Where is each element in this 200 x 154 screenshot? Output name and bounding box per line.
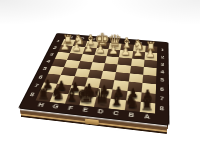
chess-board: ABCDEFGH HGFEDCBA 12345678 12345678 ♜♞♝♚… — [19, 33, 168, 124]
rank-labels-right: 12345678 — [155, 47, 168, 115]
piece-wP-e2: ♟ — [96, 44, 106, 55]
scene: ABCDEFGH HGFEDCBA 12345678 12345678 ♜♞♝♚… — [0, 0, 200, 154]
piece-wP-c2: ♟ — [121, 46, 131, 57]
piece-wP-b2: ♟ — [133, 47, 143, 58]
coord-label: 8 — [155, 103, 168, 115]
piece-bN-b8: ♞ — [124, 94, 139, 111]
product-photo: ABCDEFGH HGFEDCBA 12345678 12345678 ♜♞♝♚… — [0, 0, 200, 154]
piece-wP-a2: ♟ — [146, 49, 156, 60]
piece-bB-c8: ♝ — [109, 92, 124, 109]
piece-bN-g8: ♞ — [50, 86, 65, 102]
piece-wP-d2: ♟ — [108, 45, 118, 56]
piece-wP-f2: ♟ — [84, 43, 94, 54]
piece-wP-g2: ♟ — [72, 42, 82, 53]
brass-clasp-icon — [85, 119, 99, 125]
piece-wP-h2: ♟ — [60, 41, 70, 52]
piece-bR-h8: ♜ — [37, 86, 50, 101]
piece-bQ-d8: ♛ — [93, 87, 111, 107]
piece-bR-a8: ♜ — [141, 97, 155, 112]
